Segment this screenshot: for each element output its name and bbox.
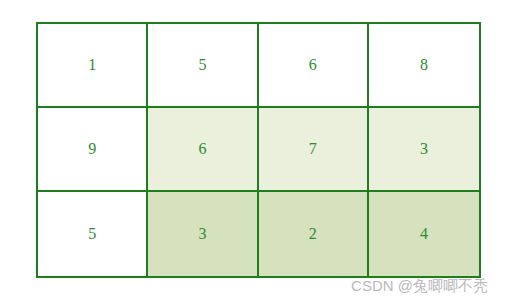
- grid-cell-r1c1: 1: [38, 24, 148, 108]
- grid-cell-r3c3: 2: [259, 192, 369, 276]
- grid-cell-r1c3: 6: [259, 24, 369, 108]
- page-canvas: 156896735324 CSDN @兔唧唧不秃: [0, 0, 513, 299]
- grid-cell-r2c3: 7: [259, 108, 369, 192]
- grid-cell-r3c1: 5: [38, 192, 148, 276]
- grid-cell-r2c2: 6: [148, 108, 258, 192]
- csdn-watermark: CSDN @兔唧唧不秃: [351, 276, 488, 296]
- grid-cell-r2c1: 9: [38, 108, 148, 192]
- grid-cell-r3c4: 4: [369, 192, 479, 276]
- grid-cell-r2c4: 3: [369, 108, 479, 192]
- grid-cell-r1c4: 8: [369, 24, 479, 108]
- number-grid: 156896735324: [36, 22, 481, 278]
- grid-cell-r1c2: 5: [148, 24, 258, 108]
- grid-cell-r3c2: 3: [148, 192, 258, 276]
